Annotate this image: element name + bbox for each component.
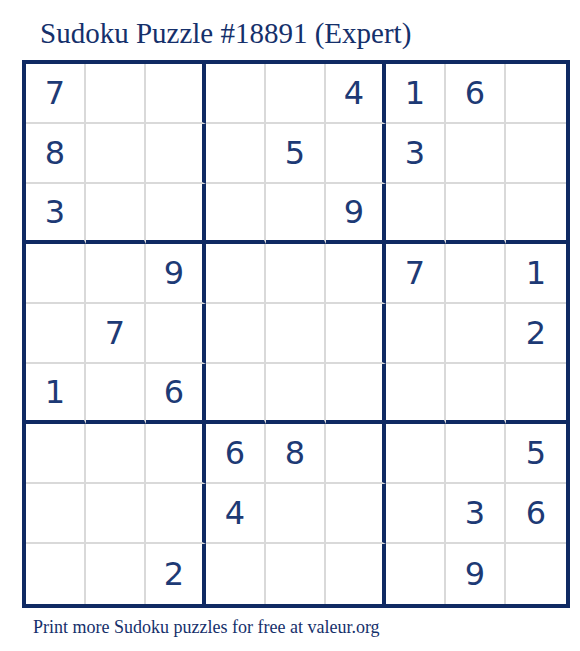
cell-r7c5[interactable]: 8 [266, 424, 326, 484]
cell-r2c6[interactable] [326, 124, 386, 184]
cell-r1c7[interactable]: 1 [386, 64, 446, 124]
cell-r7c6[interactable] [326, 424, 386, 484]
cell-r3c3[interactable] [146, 184, 206, 244]
cell-r4c5[interactable] [266, 244, 326, 304]
cell-r2c7[interactable]: 3 [386, 124, 446, 184]
cell-r6c9[interactable] [506, 364, 566, 424]
page-title: Sudoku Puzzle #18891 (Expert) [40, 16, 411, 50]
cell-r9c3[interactable]: 2 [146, 544, 206, 604]
cell-r4c9[interactable]: 1 [506, 244, 566, 304]
cell-r8c2[interactable] [86, 484, 146, 544]
cell-r8c4[interactable]: 4 [206, 484, 266, 544]
cell-r2c2[interactable] [86, 124, 146, 184]
cell-r6c3[interactable]: 6 [146, 364, 206, 424]
cell-r4c3[interactable]: 9 [146, 244, 206, 304]
cell-r1c5[interactable] [266, 64, 326, 124]
cell-r5c4[interactable] [206, 304, 266, 364]
cell-r6c5[interactable] [266, 364, 326, 424]
cell-r9c4[interactable] [206, 544, 266, 604]
cell-r6c7[interactable] [386, 364, 446, 424]
cell-r9c1[interactable] [26, 544, 86, 604]
cell-r4c4[interactable] [206, 244, 266, 304]
cell-r1c9[interactable] [506, 64, 566, 124]
cell-r9c5[interactable] [266, 544, 326, 604]
cell-r7c9[interactable]: 5 [506, 424, 566, 484]
cell-r2c3[interactable] [146, 124, 206, 184]
cell-r5c2[interactable]: 7 [86, 304, 146, 364]
cell-r2c1[interactable]: 8 [26, 124, 86, 184]
cell-r7c2[interactable] [86, 424, 146, 484]
cell-r8c9[interactable]: 6 [506, 484, 566, 544]
cell-r1c1[interactable]: 7 [26, 64, 86, 124]
cell-r5c6[interactable] [326, 304, 386, 364]
cell-r4c6[interactable] [326, 244, 386, 304]
cell-r2c4[interactable] [206, 124, 266, 184]
cell-r1c4[interactable] [206, 64, 266, 124]
cell-r8c3[interactable] [146, 484, 206, 544]
cell-r6c8[interactable] [446, 364, 506, 424]
cell-r6c1[interactable]: 1 [26, 364, 86, 424]
cell-r9c9[interactable] [506, 544, 566, 604]
cell-r9c7[interactable] [386, 544, 446, 604]
cell-r9c2[interactable] [86, 544, 146, 604]
cell-r8c8[interactable]: 3 [446, 484, 506, 544]
cell-r1c8[interactable]: 6 [446, 64, 506, 124]
cell-r7c7[interactable] [386, 424, 446, 484]
cell-r5c3[interactable] [146, 304, 206, 364]
cell-r5c7[interactable] [386, 304, 446, 364]
cell-r2c5[interactable]: 5 [266, 124, 326, 184]
sudoku-board: 741685339971721668543629 [22, 60, 570, 608]
cell-r8c6[interactable] [326, 484, 386, 544]
cell-r3c8[interactable] [446, 184, 506, 244]
cell-r7c3[interactable] [146, 424, 206, 484]
cell-r5c5[interactable] [266, 304, 326, 364]
cell-r3c2[interactable] [86, 184, 146, 244]
cell-r3c6[interactable]: 9 [326, 184, 386, 244]
cell-r7c8[interactable] [446, 424, 506, 484]
cell-r6c6[interactable] [326, 364, 386, 424]
cell-r9c6[interactable] [326, 544, 386, 604]
cell-r3c4[interactable] [206, 184, 266, 244]
cell-r3c9[interactable] [506, 184, 566, 244]
cell-r6c4[interactable] [206, 364, 266, 424]
footer-text: Print more Sudoku puzzles for free at va… [33, 615, 380, 639]
cell-r1c3[interactable] [146, 64, 206, 124]
cell-r3c1[interactable]: 3 [26, 184, 86, 244]
cell-r2c8[interactable] [446, 124, 506, 184]
cell-r2c9[interactable] [506, 124, 566, 184]
cell-r4c7[interactable]: 7 [386, 244, 446, 304]
cell-r3c7[interactable] [386, 184, 446, 244]
cell-r8c1[interactable] [26, 484, 86, 544]
cell-r1c2[interactable] [86, 64, 146, 124]
cell-r5c8[interactable] [446, 304, 506, 364]
cell-r8c5[interactable] [266, 484, 326, 544]
cell-r1c6[interactable]: 4 [326, 64, 386, 124]
cell-r6c2[interactable] [86, 364, 146, 424]
cell-r9c8[interactable]: 9 [446, 544, 506, 604]
cell-r3c5[interactable] [266, 184, 326, 244]
cell-r7c4[interactable]: 6 [206, 424, 266, 484]
cell-r8c7[interactable] [386, 484, 446, 544]
cell-r5c9[interactable]: 2 [506, 304, 566, 364]
cell-r7c1[interactable] [26, 424, 86, 484]
cell-r5c1[interactable] [26, 304, 86, 364]
cell-r4c8[interactable] [446, 244, 506, 304]
cell-r4c1[interactable] [26, 244, 86, 304]
cell-r4c2[interactable] [86, 244, 146, 304]
